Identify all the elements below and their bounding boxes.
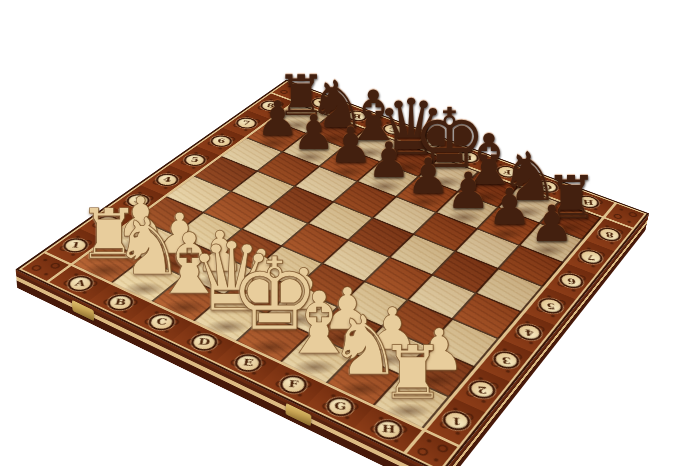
- coord-label-file-d: D: [420, 137, 441, 149]
- coord-label-rank-3: 3: [493, 351, 520, 370]
- square-b1: [113, 258, 185, 302]
- chess-board: 12345678AABBCCDDEEFFGGHH12345678: [16, 80, 650, 466]
- square-h2: [403, 346, 476, 396]
- square-g1: [328, 354, 403, 406]
- square-b2: [145, 235, 215, 276]
- photo-stage: 12345678AABBCCDDEEFFGGHH12345678 ♜♞♟♝♟♛♟…: [0, 0, 700, 466]
- coord-label-rank-7: 7: [235, 117, 258, 129]
- coord-label-file-h: H: [576, 195, 600, 209]
- coord-label-file-a: A: [311, 97, 332, 109]
- coord-label-file-a: A: [65, 275, 95, 292]
- square-c3: [215, 229, 283, 270]
- square-g4: [409, 275, 477, 319]
- coord-label-file-e: E: [457, 151, 478, 164]
- square-h5: [477, 268, 544, 311]
- square-d3: [255, 246, 324, 288]
- coord-label-file-g: G: [326, 396, 354, 417]
- square-f4: [366, 257, 434, 300]
- brass-clasp: [72, 300, 94, 321]
- coord-label-file-b: B: [346, 110, 367, 122]
- coord-label-file-g: G: [535, 180, 558, 194]
- square-d1: [195, 295, 268, 342]
- square-h4: [454, 293, 523, 338]
- square-f3: [339, 281, 409, 326]
- square-h3: [429, 319, 500, 367]
- square-g5: [433, 251, 499, 293]
- coord-label-file-f: F: [496, 165, 518, 178]
- coord-label-rank-5: 5: [182, 154, 206, 167]
- coord-label-rank-8: 8: [259, 100, 281, 112]
- coord-label-rank-1: 1: [61, 238, 90, 254]
- coord-label-rank-6: 6: [209, 135, 232, 148]
- frame-cell: 1: [46, 228, 106, 264]
- coord-label-file-h: H: [374, 419, 402, 440]
- coord-label-file-d: D: [189, 333, 218, 352]
- coord-label-rank-8: 8: [597, 227, 622, 242]
- square-d2: [226, 270, 297, 314]
- square-c1: [153, 276, 226, 321]
- square-e3: [297, 263, 366, 306]
- board-grid: 12345678AABBCCDDEEFFGGHH12345678: [22, 82, 644, 466]
- coord-label-rank-1: 1: [443, 411, 470, 432]
- board-top: 12345678AABBCCDDEEFFGGHH12345678: [22, 82, 644, 466]
- perspective-wrapper: 12345678AABBCCDDEEFFGGHH12345678: [0, 0, 700, 466]
- square-a1: [73, 241, 144, 283]
- coord-label-file-c: C: [382, 123, 403, 135]
- brass-clasp: [286, 403, 312, 426]
- coord-label-rank-2: 2: [94, 215, 121, 230]
- coord-label-file-c: C: [147, 313, 176, 331]
- coord-label-file-b: B: [105, 294, 134, 311]
- coord-label-rank-5: 5: [538, 298, 564, 315]
- camera-tilt-wrapper: 12345678AABBCCDDEEFFGGHH12345678: [0, 0, 700, 466]
- frame-corner: [404, 428, 459, 466]
- square-f2: [311, 307, 383, 354]
- square-e4: [324, 240, 391, 281]
- coord-label-file-f: F: [279, 374, 308, 394]
- square-h1: [375, 375, 451, 428]
- square-g3: [383, 300, 453, 346]
- coord-label-rank-2: 2: [468, 380, 495, 400]
- coord-label-rank-6: 6: [559, 273, 585, 289]
- square-e2: [268, 288, 339, 334]
- coord-label-rank-4: 4: [154, 173, 179, 187]
- coord-label-file-e: E: [233, 353, 262, 372]
- square-g2: [356, 326, 429, 375]
- coord-label-rank-7: 7: [578, 250, 603, 265]
- coord-label-rank-4: 4: [516, 324, 542, 342]
- coord-label-rank-3: 3: [125, 194, 151, 208]
- square-c2: [185, 252, 255, 295]
- square-f1: [282, 334, 356, 384]
- square-e1: [238, 314, 312, 362]
